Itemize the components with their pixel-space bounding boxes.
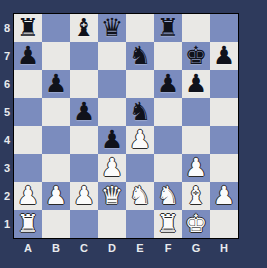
square-e2[interactable]: ♞	[126, 182, 154, 210]
square-f8[interactable]: ♜	[154, 14, 182, 42]
black-knight-e5: ♞	[129, 98, 151, 126]
square-b6[interactable]: ♟	[42, 70, 70, 98]
file-label-a: A	[14, 240, 42, 256]
black-pawn-a7: ♟	[17, 42, 39, 70]
square-h5[interactable]	[210, 98, 238, 126]
black-pawn-f6: ♟	[157, 70, 179, 98]
square-h1[interactable]	[210, 210, 238, 238]
square-g3[interactable]: ♟	[182, 154, 210, 182]
black-rook-a8: ♜	[17, 14, 39, 42]
square-f4[interactable]	[154, 126, 182, 154]
square-c3[interactable]	[70, 154, 98, 182]
white-pawn-c2: ♟	[73, 182, 95, 210]
black-rook-f8: ♜	[157, 14, 179, 42]
rank-label-3: 3	[0, 154, 14, 182]
square-a7[interactable]: ♟	[14, 42, 42, 70]
black-king-g7: ♚	[185, 42, 207, 70]
square-a4[interactable]	[14, 126, 42, 154]
square-e7[interactable]: ♞	[126, 42, 154, 70]
square-b4[interactable]	[42, 126, 70, 154]
file-label-c: C	[70, 240, 98, 256]
white-pawn-b2: ♟	[45, 182, 67, 210]
black-pawn-g6: ♟	[185, 70, 207, 98]
file-labels: ABCDEFGH	[14, 240, 238, 256]
rank-label-7: 7	[0, 42, 14, 70]
square-e4[interactable]: ♟	[126, 126, 154, 154]
white-pawn-e4: ♟	[129, 126, 151, 154]
square-h7[interactable]: ♟	[210, 42, 238, 70]
white-king-g1: ♚	[185, 210, 207, 238]
chess-board-frame: 87654321 ♜♝♛♜♟♞♚♟♟♟♟♟♞♟♟♟♟♟♟♟♛♞♞♝♟♜♜♚ AB…	[0, 0, 267, 268]
file-label-f: F	[154, 240, 182, 256]
square-b2[interactable]: ♟	[42, 182, 70, 210]
square-h3[interactable]	[210, 154, 238, 182]
square-c5[interactable]: ♟	[70, 98, 98, 126]
file-label-b: B	[42, 240, 70, 256]
black-queen-d8: ♛	[101, 14, 123, 42]
white-pawn-g3: ♟	[185, 154, 207, 182]
rank-labels: 87654321	[0, 14, 14, 238]
square-g1[interactable]: ♚	[182, 210, 210, 238]
square-e5[interactable]: ♞	[126, 98, 154, 126]
square-a6[interactable]	[14, 70, 42, 98]
file-label-d: D	[98, 240, 126, 256]
black-pawn-h7: ♟	[213, 42, 235, 70]
square-b3[interactable]	[42, 154, 70, 182]
square-e3[interactable]	[126, 154, 154, 182]
rank-label-1: 1	[0, 210, 14, 238]
square-a3[interactable]	[14, 154, 42, 182]
black-knight-e7: ♞	[129, 42, 151, 70]
square-g7[interactable]: ♚	[182, 42, 210, 70]
square-f6[interactable]: ♟	[154, 70, 182, 98]
square-e1[interactable]	[126, 210, 154, 238]
white-rook-a1: ♜	[17, 210, 39, 238]
square-g2[interactable]: ♝	[182, 182, 210, 210]
rank-label-2: 2	[0, 182, 14, 210]
square-d7[interactable]	[98, 42, 126, 70]
white-queen-d2: ♛	[101, 182, 123, 210]
square-d8[interactable]: ♛	[98, 14, 126, 42]
white-knight-e2: ♞	[129, 182, 151, 210]
rank-label-4: 4	[0, 126, 14, 154]
square-d3[interactable]: ♟	[98, 154, 126, 182]
file-label-e: E	[126, 240, 154, 256]
square-h6[interactable]	[210, 70, 238, 98]
file-label-g: G	[182, 240, 210, 256]
black-pawn-d4: ♟	[101, 126, 123, 154]
square-f5[interactable]	[154, 98, 182, 126]
square-h8[interactable]	[210, 14, 238, 42]
square-a8[interactable]: ♜	[14, 14, 42, 42]
square-f7[interactable]	[154, 42, 182, 70]
square-a1[interactable]: ♜	[14, 210, 42, 238]
black-bishop-c8: ♝	[73, 14, 95, 42]
square-c7[interactable]	[70, 42, 98, 70]
rank-label-6: 6	[0, 70, 14, 98]
square-h4[interactable]	[210, 126, 238, 154]
square-b5[interactable]	[42, 98, 70, 126]
rank-label-8: 8	[0, 14, 14, 42]
white-pawn-a2: ♟	[17, 182, 39, 210]
square-c6[interactable]	[70, 70, 98, 98]
square-c4[interactable]	[70, 126, 98, 154]
white-pawn-h2: ♟	[213, 182, 235, 210]
square-f1[interactable]: ♜	[154, 210, 182, 238]
square-c1[interactable]	[70, 210, 98, 238]
white-pawn-d3: ♟	[101, 154, 123, 182]
square-e8[interactable]	[126, 14, 154, 42]
square-f3[interactable]	[154, 154, 182, 182]
black-pawn-b6: ♟	[45, 70, 67, 98]
white-bishop-g2: ♝	[185, 182, 207, 210]
square-d4[interactable]: ♟	[98, 126, 126, 154]
white-rook-f1: ♜	[157, 210, 179, 238]
square-g4[interactable]	[182, 126, 210, 154]
square-e6[interactable]	[126, 70, 154, 98]
square-b1[interactable]	[42, 210, 70, 238]
square-g8[interactable]	[182, 14, 210, 42]
square-g6[interactable]: ♟	[182, 70, 210, 98]
white-knight-f2: ♞	[157, 182, 179, 210]
square-a5[interactable]	[14, 98, 42, 126]
chess-board: ♜♝♛♜♟♞♚♟♟♟♟♟♞♟♟♟♟♟♟♟♛♞♞♝♟♜♜♚	[14, 14, 238, 238]
square-b7[interactable]	[42, 42, 70, 70]
square-d2[interactable]: ♛	[98, 182, 126, 210]
square-g5[interactable]	[182, 98, 210, 126]
rank-label-5: 5	[0, 98, 14, 126]
square-a2[interactable]: ♟	[14, 182, 42, 210]
black-pawn-c5: ♟	[73, 98, 95, 126]
square-c8[interactable]: ♝	[70, 14, 98, 42]
file-label-h: H	[210, 240, 238, 256]
square-b8[interactable]	[42, 14, 70, 42]
square-d6[interactable]	[98, 70, 126, 98]
square-f2[interactable]: ♞	[154, 182, 182, 210]
square-d5[interactable]	[98, 98, 126, 126]
square-h2[interactable]: ♟	[210, 182, 238, 210]
square-d1[interactable]	[98, 210, 126, 238]
square-c2[interactable]: ♟	[70, 182, 98, 210]
